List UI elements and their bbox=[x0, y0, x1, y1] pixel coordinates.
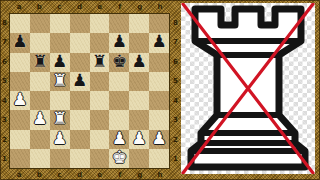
file-label-b: b bbox=[29, 169, 49, 180]
square-g8[interactable] bbox=[129, 14, 149, 33]
square-h5[interactable] bbox=[149, 72, 169, 91]
file-label-c: c bbox=[49, 0, 69, 13]
file-label-g: g bbox=[130, 169, 150, 180]
piece-white-king: ♚ bbox=[112, 149, 127, 166]
rank-label-2: 2 bbox=[170, 130, 181, 150]
piece-white-pawn: ♟ bbox=[132, 130, 147, 147]
piece-white-pawn: ♟ bbox=[151, 130, 166, 147]
square-h4[interactable] bbox=[149, 91, 169, 110]
square-d8[interactable] bbox=[70, 14, 90, 33]
square-h1[interactable] bbox=[149, 149, 169, 168]
piece-black-pawn: ♟ bbox=[132, 53, 147, 70]
rank-label-5: 5 bbox=[0, 72, 9, 92]
rank-label-8: 8 bbox=[0, 13, 9, 33]
square-h3[interactable] bbox=[149, 110, 169, 129]
square-c4[interactable] bbox=[50, 91, 70, 110]
square-d2[interactable] bbox=[70, 130, 90, 149]
file-label-g: g bbox=[130, 0, 150, 13]
square-a2[interactable] bbox=[10, 130, 30, 149]
square-b6[interactable]: ♜ bbox=[30, 53, 50, 72]
square-a8[interactable] bbox=[10, 14, 30, 33]
square-b8[interactable] bbox=[30, 14, 50, 33]
piece-white-rook: ♜ bbox=[52, 72, 67, 89]
file-label-f: f bbox=[110, 0, 130, 13]
piece-black-pawn: ♟ bbox=[151, 33, 166, 50]
file-label-c: c bbox=[49, 169, 69, 180]
square-g5[interactable] bbox=[129, 72, 149, 91]
square-d4[interactable] bbox=[70, 91, 90, 110]
square-c1[interactable] bbox=[50, 149, 70, 168]
piece-white-pawn: ♟ bbox=[112, 130, 127, 147]
square-a5[interactable] bbox=[10, 72, 30, 91]
square-b4[interactable] bbox=[30, 91, 50, 110]
square-b7[interactable] bbox=[30, 33, 50, 52]
square-a4[interactable]: ♟ bbox=[10, 91, 30, 110]
rank-label-5: 5 bbox=[170, 72, 181, 92]
rank-label-7: 7 bbox=[170, 33, 181, 53]
rank-label-4: 4 bbox=[170, 91, 181, 111]
square-d3[interactable] bbox=[70, 110, 90, 129]
file-label-b: b bbox=[29, 0, 49, 13]
square-b1[interactable] bbox=[30, 149, 50, 168]
rank-labels-right: 87654321 bbox=[170, 13, 181, 169]
rank-label-2: 2 bbox=[0, 130, 9, 150]
square-c7[interactable] bbox=[50, 33, 70, 52]
square-g3[interactable] bbox=[129, 110, 149, 129]
piece-white-pawn: ♟ bbox=[52, 130, 67, 147]
file-label-d: d bbox=[69, 169, 89, 180]
piece-black-pawn: ♟ bbox=[52, 53, 67, 70]
square-f6[interactable]: ♚ bbox=[109, 53, 129, 72]
square-c2[interactable]: ♟ bbox=[50, 130, 70, 149]
square-a6[interactable] bbox=[10, 53, 30, 72]
square-g2[interactable]: ♟ bbox=[129, 130, 149, 149]
square-g4[interactable] bbox=[129, 91, 149, 110]
square-f3[interactable] bbox=[109, 110, 129, 129]
rank-label-1: 1 bbox=[0, 150, 9, 170]
square-a1[interactable] bbox=[10, 149, 30, 168]
piece-white-pawn: ♟ bbox=[12, 91, 27, 108]
square-g1[interactable] bbox=[129, 149, 149, 168]
file-label-h: h bbox=[150, 169, 170, 180]
square-h7[interactable]: ♟ bbox=[149, 33, 169, 52]
square-f2[interactable]: ♟ bbox=[109, 130, 129, 149]
file-label-e: e bbox=[90, 0, 110, 13]
crossed-out-rook-graphic bbox=[181, 3, 315, 174]
square-c5[interactable]: ♜ bbox=[50, 72, 70, 91]
rank-label-7: 7 bbox=[0, 33, 9, 53]
rook-icon bbox=[181, 3, 315, 174]
screenshot: abcdefgh abcdefgh 87654321 87654321 ♟♟♟♜… bbox=[0, 0, 320, 180]
piece-black-rook: ♜ bbox=[92, 53, 107, 70]
rank-label-1: 1 bbox=[170, 150, 181, 170]
square-b2[interactable] bbox=[30, 130, 50, 149]
square-f5[interactable] bbox=[109, 72, 129, 91]
square-f7[interactable]: ♟ bbox=[109, 33, 129, 52]
rank-label-6: 6 bbox=[0, 52, 9, 72]
piece-white-pawn: ♟ bbox=[32, 110, 47, 127]
rank-label-4: 4 bbox=[0, 91, 9, 111]
square-c6[interactable]: ♟ bbox=[50, 53, 70, 72]
piece-black-pawn: ♟ bbox=[12, 33, 27, 50]
square-e3[interactable] bbox=[90, 110, 110, 129]
file-label-h: h bbox=[150, 0, 170, 13]
square-g6[interactable]: ♟ bbox=[129, 53, 149, 72]
piece-black-rook: ♜ bbox=[32, 53, 47, 70]
file-label-d: d bbox=[69, 0, 89, 13]
square-d7[interactable] bbox=[70, 33, 90, 52]
file-label-a: a bbox=[9, 0, 29, 13]
square-e7[interactable] bbox=[90, 33, 110, 52]
square-b5[interactable] bbox=[30, 72, 50, 91]
square-h8[interactable] bbox=[149, 14, 169, 33]
square-f4[interactable] bbox=[109, 91, 129, 110]
square-e4[interactable] bbox=[90, 91, 110, 110]
square-e8[interactable] bbox=[90, 14, 110, 33]
square-e5[interactable] bbox=[90, 72, 110, 91]
square-f8[interactable] bbox=[109, 14, 129, 33]
chess-board[interactable]: ♟♟♟♜♟♜♚♟♜♟♟♟♜♟♟♟♟♚ bbox=[9, 13, 170, 169]
file-label-f: f bbox=[110, 169, 130, 180]
file-labels-top: abcdefgh bbox=[9, 0, 170, 13]
rank-label-3: 3 bbox=[0, 111, 9, 131]
piece-white-rook: ♜ bbox=[52, 110, 67, 127]
rank-label-8: 8 bbox=[170, 13, 181, 33]
square-e6[interactable]: ♜ bbox=[90, 53, 110, 72]
square-e2[interactable] bbox=[90, 130, 110, 149]
rank-labels-left: 87654321 bbox=[0, 13, 9, 169]
square-d5[interactable]: ♟ bbox=[70, 72, 90, 91]
rank-label-3: 3 bbox=[170, 111, 181, 131]
piece-black-pawn: ♟ bbox=[72, 72, 87, 89]
piece-black-king: ♚ bbox=[112, 53, 127, 70]
file-label-e: e bbox=[90, 169, 110, 180]
square-c3[interactable]: ♜ bbox=[50, 110, 70, 129]
piece-black-pawn: ♟ bbox=[112, 33, 127, 50]
square-d1[interactable] bbox=[70, 149, 90, 168]
square-a3[interactable] bbox=[10, 110, 30, 129]
square-a7[interactable]: ♟ bbox=[10, 33, 30, 52]
square-h2[interactable]: ♟ bbox=[149, 130, 169, 149]
square-g7[interactable] bbox=[129, 33, 149, 52]
square-e1[interactable] bbox=[90, 149, 110, 168]
square-c8[interactable] bbox=[50, 14, 70, 33]
file-labels-bottom: abcdefgh bbox=[9, 169, 170, 180]
square-h6[interactable] bbox=[149, 53, 169, 72]
rank-label-6: 6 bbox=[170, 52, 181, 72]
file-label-a: a bbox=[9, 169, 29, 180]
square-f1[interactable]: ♚ bbox=[109, 149, 129, 168]
square-b3[interactable]: ♟ bbox=[30, 110, 50, 129]
square-d6[interactable] bbox=[70, 53, 90, 72]
